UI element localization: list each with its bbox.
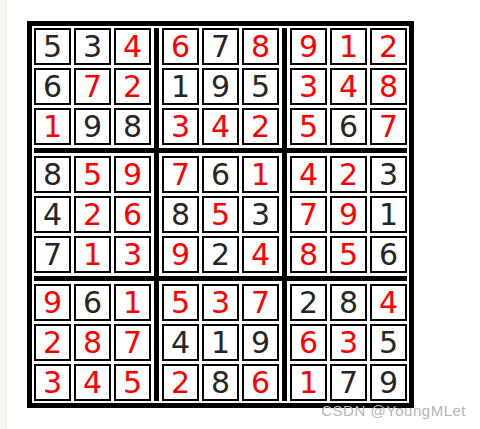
cell-r4c3: 9 (114, 156, 151, 193)
page-edge-strip (0, 0, 7, 429)
cell-r7c9: 4 (370, 284, 407, 321)
cell-r1c4: 6 (162, 28, 199, 65)
cell-r3c4: 3 (162, 108, 199, 145)
cell-r7c4: 5 (162, 284, 199, 321)
cell-r8c6: 9 (242, 324, 279, 361)
cell-r7c3: 1 (114, 284, 151, 321)
cell-r3c7: 5 (290, 108, 327, 145)
cell-r9c7: 1 (290, 364, 327, 401)
cell-r1c9: 2 (370, 28, 407, 65)
cell-r7c7: 2 (290, 284, 327, 321)
cell-r2c6: 5 (242, 68, 279, 105)
cell-r4c6: 1 (242, 156, 279, 193)
cell-r4c8: 2 (330, 156, 367, 193)
cell-r6c8: 5 (330, 236, 367, 273)
cell-r7c8: 8 (330, 284, 367, 321)
cell-r9c6: 6 (242, 364, 279, 401)
cell-r4c4: 7 (162, 156, 199, 193)
cell-r5c7: 7 (290, 196, 327, 233)
cell-r9c1: 3 (34, 364, 71, 401)
cell-r6c1: 7 (34, 236, 71, 273)
cell-r7c5: 3 (202, 284, 239, 321)
cell-r7c1: 9 (34, 284, 71, 321)
cell-r6c6: 4 (242, 236, 279, 273)
cell-r9c8: 7 (330, 364, 367, 401)
cell-r5c5: 5 (202, 196, 239, 233)
box-separator-horizontal-bottom (34, 276, 407, 281)
cell-r9c4: 2 (162, 364, 199, 401)
cell-r2c5: 9 (202, 68, 239, 105)
cell-r8c9: 5 (370, 324, 407, 361)
cell-r8c5: 1 (202, 324, 239, 361)
cell-r9c2: 4 (74, 364, 111, 401)
cell-r5c8: 9 (330, 196, 367, 233)
box-separator-vertical-right (282, 28, 287, 401)
cell-r1c8: 1 (330, 28, 367, 65)
cell-r2c4: 1 (162, 68, 199, 105)
cell-r4c2: 5 (74, 156, 111, 193)
cell-r4c5: 6 (202, 156, 239, 193)
cell-r1c7: 9 (290, 28, 327, 65)
cell-r8c2: 8 (74, 324, 111, 361)
cell-r1c1: 5 (34, 28, 71, 65)
cell-r5c2: 2 (74, 196, 111, 233)
cell-r7c6: 7 (242, 284, 279, 321)
cell-r6c3: 3 (114, 236, 151, 273)
cell-r6c4: 9 (162, 236, 199, 273)
cell-r6c5: 2 (202, 236, 239, 273)
box-separator-horizontal-top (34, 148, 407, 153)
sudoku-board: 5346789126721953481983425678597614234268… (27, 21, 414, 408)
cell-r1c3: 4 (114, 28, 151, 65)
cell-r5c9: 1 (370, 196, 407, 233)
cell-r5c3: 6 (114, 196, 151, 233)
cell-r4c1: 8 (34, 156, 71, 193)
page: 5346789126721953481983425678597614234268… (0, 0, 480, 429)
cell-r3c9: 7 (370, 108, 407, 145)
cell-r8c8: 3 (330, 324, 367, 361)
cell-r6c7: 8 (290, 236, 327, 273)
cell-r3c6: 2 (242, 108, 279, 145)
cell-r2c9: 8 (370, 68, 407, 105)
cell-r1c6: 8 (242, 28, 279, 65)
cell-r6c9: 6 (370, 236, 407, 273)
cell-r8c7: 6 (290, 324, 327, 361)
cell-r1c2: 3 (74, 28, 111, 65)
cell-r5c4: 8 (162, 196, 199, 233)
cell-r9c3: 5 (114, 364, 151, 401)
cell-r2c7: 3 (290, 68, 327, 105)
cell-r6c2: 1 (74, 236, 111, 273)
cell-r8c1: 2 (34, 324, 71, 361)
watermark: CSDN @YoungMLet (321, 402, 466, 419)
cell-r3c1: 1 (34, 108, 71, 145)
cell-r2c3: 2 (114, 68, 151, 105)
cell-r8c3: 7 (114, 324, 151, 361)
cell-r3c3: 8 (114, 108, 151, 145)
cell-r9c9: 9 (370, 364, 407, 401)
cell-r2c1: 6 (34, 68, 71, 105)
cell-r9c5: 8 (202, 364, 239, 401)
cell-r1c5: 7 (202, 28, 239, 65)
cell-r8c4: 4 (162, 324, 199, 361)
cell-r4c7: 4 (290, 156, 327, 193)
cell-r5c6: 3 (242, 196, 279, 233)
cell-r5c1: 4 (34, 196, 71, 233)
cell-r2c8: 4 (330, 68, 367, 105)
cell-r4c9: 3 (370, 156, 407, 193)
cell-r3c8: 6 (330, 108, 367, 145)
box-separator-vertical-left (154, 28, 159, 401)
cell-r7c2: 6 (74, 284, 111, 321)
cell-r3c2: 9 (74, 108, 111, 145)
cell-r2c2: 7 (74, 68, 111, 105)
cell-r3c5: 4 (202, 108, 239, 145)
sudoku-grid: 5346789126721953481983425678597614234268… (34, 28, 407, 401)
